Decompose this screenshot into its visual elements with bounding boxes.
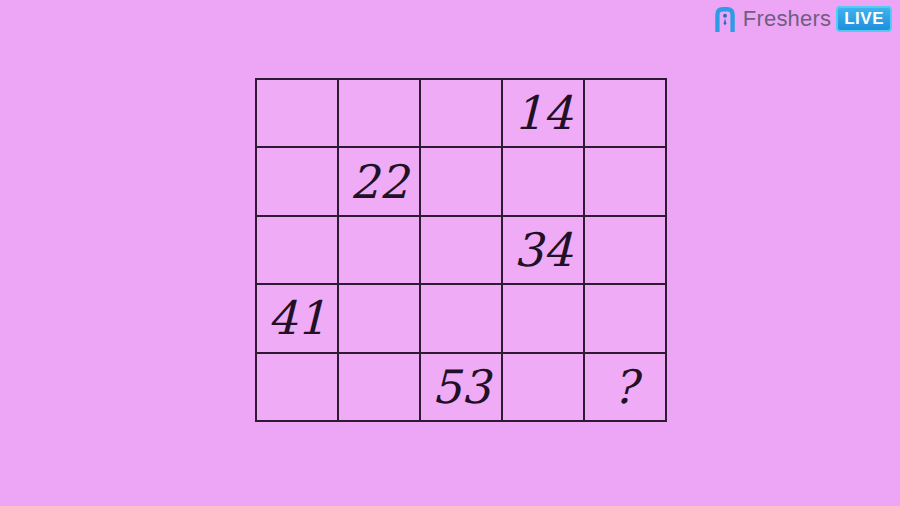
grid-cell-r3c2 [339, 217, 419, 283]
grid-cell-r5c3: 53 [421, 354, 501, 420]
grid-cell-r5c2 [339, 354, 419, 420]
brand-logo: Freshers LIVE [712, 4, 892, 34]
grid-cell-r5c4 [503, 354, 583, 420]
grid-cell-r2c1 [257, 148, 337, 214]
grid-cell-r4c1: 41 [257, 285, 337, 351]
grid-cell-r1c2 [339, 80, 419, 146]
grid-cell-r2c3 [421, 148, 501, 214]
grid-cell-r5c5: ? [585, 354, 665, 420]
grid-cell-r5c1 [257, 354, 337, 420]
grid-cell-r2c4 [503, 148, 583, 214]
grid-cell-r2c5 [585, 148, 665, 214]
grid-cell-r3c1 [257, 217, 337, 283]
grid-cell-r1c4: 14 [503, 80, 583, 146]
grid-cell-r3c3 [421, 217, 501, 283]
grid-cell-r1c3 [421, 80, 501, 146]
grid-cell-r4c3 [421, 285, 501, 351]
grid-cell-r4c2 [339, 285, 419, 351]
grid-cell-r1c5 [585, 80, 665, 146]
freshers-live-logo-icon [712, 6, 738, 32]
grid-cell-r3c5 [585, 217, 665, 283]
grid-cell-r1c1 [257, 80, 337, 146]
grid-cell-r2c2: 22 [339, 148, 419, 214]
grid-cell-r4c4 [503, 285, 583, 351]
puzzle-board: 14 22 34 41 53 ? [255, 78, 667, 422]
grid-cell-r4c5 [585, 285, 665, 351]
live-badge: LIVE [836, 6, 892, 32]
brand-name: Freshers [743, 6, 831, 32]
grid-cell-r3c4: 34 [503, 217, 583, 283]
